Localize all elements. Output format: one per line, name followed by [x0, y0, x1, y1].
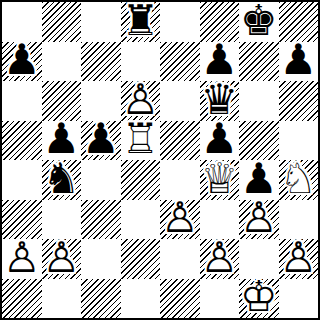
square-g8[interactable]: ♚♚ — [239, 2, 279, 42]
square-b1[interactable] — [42, 279, 82, 319]
square-b2[interactable]: ♟♙ — [42, 239, 82, 279]
piece-glyph: ♟ — [3, 39, 41, 81]
piece-white-pawn-e3: ♟♙ — [160, 200, 200, 240]
square-b4[interactable]: ♞♞ — [42, 160, 82, 200]
square-g7[interactable] — [239, 42, 279, 82]
square-c8[interactable] — [81, 2, 121, 42]
piece-black-rook-d8: ♜♜ — [121, 2, 161, 42]
piece-glyph: ♟ — [82, 118, 120, 160]
piece-glyph: ♘ — [279, 158, 317, 200]
chess-board: ♜♜♚♚♟♟♟♟♟♟♟♙♛♛♟♟♟♟♜♖♟♟♞♞♛♕♟♟♞♘♟♙♟♙♟♙♟♙♟♙… — [0, 0, 320, 320]
piece-black-pawn-c5: ♟♟ — [81, 121, 121, 161]
square-h2[interactable]: ♟♙ — [279, 239, 319, 279]
piece-glyph: ♙ — [240, 197, 278, 239]
square-a2[interactable]: ♟♙ — [2, 239, 42, 279]
piece-black-pawn-h7: ♟♟ — [279, 42, 319, 82]
square-e1[interactable] — [160, 279, 200, 319]
square-f4[interactable]: ♛♕ — [200, 160, 240, 200]
piece-glyph: ♙ — [200, 237, 238, 279]
square-f1[interactable] — [200, 279, 240, 319]
square-g3[interactable]: ♟♙ — [239, 200, 279, 240]
square-d4[interactable] — [121, 160, 161, 200]
square-g6[interactable] — [239, 81, 279, 121]
square-c7[interactable] — [81, 42, 121, 82]
piece-white-knight-h4: ♞♘ — [279, 160, 319, 200]
piece-glyph: ♖ — [121, 118, 159, 160]
piece-glyph: ♙ — [42, 237, 80, 279]
piece-black-king-g8: ♚♚ — [239, 2, 279, 42]
square-h4[interactable]: ♞♘ — [279, 160, 319, 200]
piece-white-pawn-f2: ♟♙ — [200, 239, 240, 279]
square-a5[interactable] — [2, 121, 42, 161]
square-a7[interactable]: ♟♟ — [2, 42, 42, 82]
square-e5[interactable] — [160, 121, 200, 161]
piece-black-knight-b4: ♞♞ — [42, 160, 82, 200]
square-h1[interactable] — [279, 279, 319, 319]
square-e8[interactable] — [160, 2, 200, 42]
square-a6[interactable] — [2, 81, 42, 121]
piece-glyph: ♙ — [3, 237, 41, 279]
square-c4[interactable] — [81, 160, 121, 200]
piece-white-pawn-h2: ♟♙ — [279, 239, 319, 279]
square-d8[interactable]: ♜♜ — [121, 2, 161, 42]
square-c1[interactable] — [81, 279, 121, 319]
square-c3[interactable] — [81, 200, 121, 240]
piece-white-rook-d5: ♜♖ — [121, 121, 161, 161]
square-c5[interactable]: ♟♟ — [81, 121, 121, 161]
square-e2[interactable] — [160, 239, 200, 279]
piece-glyph: ♟ — [279, 39, 317, 81]
square-a4[interactable] — [2, 160, 42, 200]
piece-glyph: ♔ — [240, 276, 278, 318]
piece-white-pawn-b2: ♟♙ — [42, 239, 82, 279]
square-b7[interactable] — [42, 42, 82, 82]
piece-white-king-g1: ♚♔ — [239, 279, 279, 319]
piece-glyph: ♞ — [42, 158, 80, 200]
square-g1[interactable]: ♚♔ — [239, 279, 279, 319]
square-c2[interactable] — [81, 239, 121, 279]
square-d3[interactable] — [121, 200, 161, 240]
square-h7[interactable]: ♟♟ — [279, 42, 319, 82]
piece-white-pawn-a2: ♟♙ — [2, 239, 42, 279]
square-b8[interactable] — [42, 2, 82, 42]
square-e6[interactable] — [160, 81, 200, 121]
piece-white-pawn-g3: ♟♙ — [239, 200, 279, 240]
piece-glyph: ♜ — [121, 0, 159, 42]
piece-glyph: ♕ — [200, 158, 238, 200]
piece-black-pawn-a7: ♟♟ — [2, 42, 42, 82]
piece-glyph: ♚ — [240, 0, 278, 42]
piece-glyph: ♙ — [161, 197, 199, 239]
square-a1[interactable] — [2, 279, 42, 319]
piece-glyph: ♙ — [279, 237, 317, 279]
square-f2[interactable]: ♟♙ — [200, 239, 240, 279]
square-d5[interactable]: ♜♖ — [121, 121, 161, 161]
square-d1[interactable] — [121, 279, 161, 319]
square-e7[interactable] — [160, 42, 200, 82]
piece-white-queen-f4: ♛♕ — [200, 160, 240, 200]
square-e3[interactable]: ♟♙ — [160, 200, 200, 240]
square-h6[interactable] — [279, 81, 319, 121]
square-d2[interactable] — [121, 239, 161, 279]
